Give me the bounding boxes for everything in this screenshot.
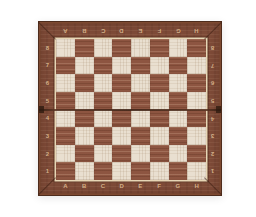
- coordinate-label: A: [56, 26, 75, 36]
- coordinate-label: 3: [40, 127, 55, 145]
- square-e2[interactable]: [131, 145, 150, 163]
- coordinate-label: H: [187, 26, 206, 36]
- square-f5[interactable]: [150, 92, 169, 110]
- square-g6[interactable]: [169, 74, 188, 92]
- coordinate-label: F: [150, 181, 169, 191]
- square-f8[interactable]: [150, 39, 169, 57]
- square-h4[interactable]: [187, 110, 206, 128]
- square-f2[interactable]: [150, 145, 169, 163]
- coordinate-label: 2: [205, 145, 220, 163]
- coordinate-label: F: [150, 26, 169, 36]
- square-h5[interactable]: [187, 92, 206, 110]
- square-f6[interactable]: [150, 74, 169, 92]
- square-c2[interactable]: [94, 145, 113, 163]
- square-h6[interactable]: [187, 74, 206, 92]
- square-h2[interactable]: [187, 145, 206, 163]
- square-a7[interactable]: [56, 57, 75, 75]
- coordinate-label: H: [187, 181, 206, 191]
- square-b2[interactable]: [75, 145, 94, 163]
- square-d3[interactable]: [112, 127, 131, 145]
- coordinate-label: G: [169, 181, 188, 191]
- file-labels-bottom: ABCDEFGH: [56, 181, 206, 191]
- square-e8[interactable]: [131, 39, 150, 57]
- square-e3[interactable]: [131, 127, 150, 145]
- coordinate-label: E: [131, 26, 150, 36]
- square-c5[interactable]: [94, 92, 113, 110]
- square-c7[interactable]: [94, 57, 113, 75]
- square-e5[interactable]: [131, 92, 150, 110]
- square-g7[interactable]: [169, 57, 188, 75]
- square-a5[interactable]: [56, 92, 75, 110]
- coordinate-label: C: [94, 181, 113, 191]
- square-f3[interactable]: [150, 127, 169, 145]
- square-g3[interactable]: [169, 127, 188, 145]
- square-d5[interactable]: [112, 92, 131, 110]
- square-e4[interactable]: [131, 110, 150, 128]
- coordinate-label: 6: [40, 74, 55, 92]
- frame-miter-top-right: [204, 22, 222, 40]
- coordinate-label: G: [169, 26, 188, 36]
- square-c8[interactable]: [94, 39, 113, 57]
- file-labels-top: ABCDEFGH: [56, 26, 206, 36]
- square-b1[interactable]: [75, 162, 94, 180]
- coordinate-label: A: [56, 181, 75, 191]
- fold-seam: [39, 109, 221, 111]
- square-a3[interactable]: [56, 127, 75, 145]
- coordinate-label: 7: [40, 57, 55, 75]
- coordinate-label: 1: [40, 162, 55, 180]
- square-g4[interactable]: [169, 110, 188, 128]
- coordinate-label: 2: [40, 145, 55, 163]
- coordinate-label: B: [75, 26, 94, 36]
- square-b5[interactable]: [75, 92, 94, 110]
- coordinate-label: 8: [40, 39, 55, 57]
- coordinate-label: C: [94, 26, 113, 36]
- square-a1[interactable]: [56, 162, 75, 180]
- square-b7[interactable]: [75, 57, 94, 75]
- square-g5[interactable]: [169, 92, 188, 110]
- square-b6[interactable]: [75, 74, 94, 92]
- product-photo-chessboard: ABCDEFGH ABCDEFGH 87654321 87654321: [0, 0, 256, 217]
- square-f4[interactable]: [150, 110, 169, 128]
- square-d4[interactable]: [112, 110, 131, 128]
- square-a4[interactable]: [56, 110, 75, 128]
- square-f7[interactable]: [150, 57, 169, 75]
- square-b8[interactable]: [75, 39, 94, 57]
- square-c6[interactable]: [94, 74, 113, 92]
- square-b3[interactable]: [75, 127, 94, 145]
- square-h8[interactable]: [187, 39, 206, 57]
- square-b4[interactable]: [75, 110, 94, 128]
- square-c1[interactable]: [94, 162, 113, 180]
- square-d6[interactable]: [112, 74, 131, 92]
- square-g2[interactable]: [169, 145, 188, 163]
- coordinate-label: 8: [205, 39, 220, 57]
- square-a2[interactable]: [56, 145, 75, 163]
- square-h3[interactable]: [187, 127, 206, 145]
- square-e6[interactable]: [131, 74, 150, 92]
- hinge-mark-left: [39, 106, 44, 113]
- coordinate-label: 1: [205, 162, 220, 180]
- hinge-mark-right: [216, 106, 221, 113]
- square-e1[interactable]: [131, 162, 150, 180]
- coordinate-label: 6: [205, 74, 220, 92]
- square-a8[interactable]: [56, 39, 75, 57]
- coordinate-label: 3: [205, 127, 220, 145]
- square-h7[interactable]: [187, 57, 206, 75]
- square-d1[interactable]: [112, 162, 131, 180]
- square-a6[interactable]: [56, 74, 75, 92]
- square-e7[interactable]: [131, 57, 150, 75]
- square-c4[interactable]: [94, 110, 113, 128]
- square-g8[interactable]: [169, 39, 188, 57]
- coordinate-label: E: [131, 181, 150, 191]
- square-f1[interactable]: [150, 162, 169, 180]
- square-c3[interactable]: [94, 127, 113, 145]
- chess-board: ABCDEFGH ABCDEFGH 87654321 87654321: [38, 21, 222, 196]
- coordinate-label: D: [112, 181, 131, 191]
- frame-miter-top-left: [38, 22, 56, 40]
- coordinate-label: 7: [205, 57, 220, 75]
- square-d8[interactable]: [112, 39, 131, 57]
- square-g1[interactable]: [169, 162, 188, 180]
- square-d7[interactable]: [112, 57, 131, 75]
- coordinate-label: D: [112, 26, 131, 36]
- coordinate-label: B: [75, 181, 94, 191]
- square-d2[interactable]: [112, 145, 131, 163]
